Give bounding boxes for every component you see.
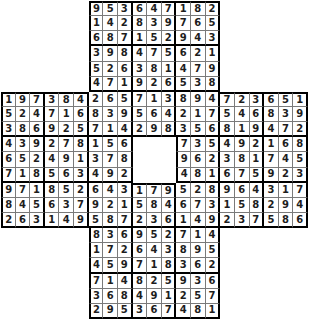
sudoku-cell[interactable]: 9 [16, 92, 31, 107]
sudoku-cell[interactable]: 1 [59, 107, 74, 122]
sudoku-cell[interactable]: 7 [279, 122, 294, 137]
sudoku-cell[interactable]: 1 [176, 213, 191, 228]
sudoku-cell[interactable]: 1 [118, 198, 133, 213]
sudoku-cell[interactable]: 3 [118, 1, 133, 16]
sudoku-cell[interactable]: 3 [147, 213, 162, 228]
sudoku-cell[interactable]: 1 [133, 183, 148, 198]
sudoku-cell[interactable]: 8 [264, 107, 279, 122]
sudoku-cell[interactable]: 9 [235, 137, 250, 152]
sudoku-cell[interactable]: 9 [89, 1, 104, 16]
sudoku-cell[interactable]: 1 [206, 46, 221, 61]
sudoku-cell[interactable]: 7 [293, 183, 308, 198]
sudoku-cell[interactable]: 8 [206, 77, 221, 92]
sudoku-cell[interactable]: 4 [264, 122, 279, 137]
sudoku-cell[interactable]: 9 [162, 183, 177, 198]
sudoku-cell[interactable]: 1 [147, 92, 162, 107]
sudoku-cell[interactable]: 1 [103, 274, 118, 289]
sudoku-cell[interactable]: 9 [147, 122, 162, 137]
sudoku-cell[interactable]: 9 [118, 107, 133, 122]
sudoku-cell[interactable]: 5 [264, 213, 279, 228]
sudoku-cell[interactable]: 1 [45, 213, 60, 228]
sudoku-cell[interactable]: 8 [89, 228, 104, 243]
sudoku-cell[interactable]: 3 [16, 137, 31, 152]
sudoku-cell[interactable]: 8 [59, 92, 74, 107]
sudoku-cell[interactable]: 5 [1, 107, 16, 122]
sudoku-cell[interactable]: 4 [133, 289, 148, 304]
sudoku-cell[interactable]: 3 [103, 107, 118, 122]
sudoku-cell[interactable]: 9 [279, 198, 294, 213]
sudoku-cell[interactable]: 3 [293, 168, 308, 183]
sudoku-cell[interactable]: 8 [118, 152, 133, 167]
sudoku-cell[interactable]: 5 [133, 198, 148, 213]
sudoku-cell[interactable]: 7 [147, 183, 162, 198]
sudoku-cell[interactable]: 4 [103, 16, 118, 31]
sudoku-cell[interactable]: 4 [220, 137, 235, 152]
sudoku-cell[interactable]: 5 [206, 137, 221, 152]
sudoku-cell[interactable]: 9 [293, 107, 308, 122]
sudoku-cell[interactable]: 1 [1, 92, 16, 107]
sudoku-cell[interactable]: 2 [103, 198, 118, 213]
sudoku-cell[interactable]: 7 [103, 152, 118, 167]
sudoku-cell[interactable]: 2 [147, 77, 162, 92]
sudoku-cell[interactable]: 8 [103, 31, 118, 46]
sudoku-cell[interactable]: 3 [89, 46, 104, 61]
sudoku-cell[interactable]: 7 [264, 152, 279, 167]
sudoku-cell[interactable]: 7 [118, 31, 133, 46]
sudoku-cell[interactable]: 5 [147, 31, 162, 46]
sudoku-cell[interactable]: 1 [191, 107, 206, 122]
sudoku-cell[interactable]: 6 [162, 213, 177, 228]
sudoku-cell[interactable]: 4 [176, 304, 191, 319]
sudoku-cell[interactable]: 4 [147, 1, 162, 16]
sudoku-cell[interactable]: 8 [162, 258, 177, 273]
sudoku-cell[interactable]: 3 [74, 168, 89, 183]
sudoku-cell[interactable]: 3 [176, 122, 191, 137]
sudoku-cell[interactable]: 4 [191, 213, 206, 228]
sudoku-cell[interactable]: 2 [206, 152, 221, 167]
sudoku-cell[interactable]: 6 [191, 258, 206, 273]
sudoku-cell[interactable]: 6 [191, 152, 206, 167]
sudoku-cell[interactable]: 5 [59, 183, 74, 198]
sudoku-cell[interactable]: 4 [30, 107, 45, 122]
sudoku-cell[interactable]: 4 [45, 152, 60, 167]
sudoku-cell[interactable]: 6 [118, 62, 133, 77]
sudoku-cell[interactable]: 6 [220, 168, 235, 183]
sudoku-cell[interactable]: 1 [74, 152, 89, 167]
sudoku-cell[interactable]: 8 [147, 198, 162, 213]
sudoku-cell[interactable]: 3 [59, 198, 74, 213]
sudoku-cell[interactable]: 5 [206, 243, 221, 258]
sudoku-cell[interactable]: 7 [45, 107, 60, 122]
sudoku-cell[interactable]: 1 [279, 183, 294, 198]
sudoku-cell[interactable]: 6 [264, 92, 279, 107]
sudoku-cell[interactable]: 6 [250, 107, 265, 122]
sudoku-cell[interactable]: 7 [235, 168, 250, 183]
sudoku-cell[interactable]: 4 [235, 107, 250, 122]
sudoku-cell[interactable]: 8 [235, 152, 250, 167]
sudoku-cell[interactable]: 5 [118, 304, 133, 319]
sudoku-cell[interactable]: 6 [235, 183, 250, 198]
sudoku-cell[interactable]: 3 [206, 198, 221, 213]
sudoku-cell[interactable]: 9 [176, 152, 191, 167]
sudoku-cell[interactable]: 3 [176, 258, 191, 273]
sudoku-cell[interactable]: 5 [74, 122, 89, 137]
sudoku-cell[interactable]: 6 [206, 122, 221, 137]
sudoku-cell[interactable]: 9 [45, 122, 60, 137]
sudoku-cell[interactable]: 8 [133, 274, 148, 289]
sudoku-cell[interactable]: 5 [118, 92, 133, 107]
sudoku-cell[interactable]: 6 [103, 92, 118, 107]
sudoku-cell[interactable]: 8 [220, 122, 235, 137]
sudoku-cell[interactable]: 6 [118, 228, 133, 243]
sudoku-cell[interactable]: 2 [16, 107, 31, 122]
sudoku-cell[interactable]: 6 [147, 304, 162, 319]
sudoku-cell[interactable]: 1 [250, 152, 265, 167]
sudoku-cell[interactable]: 7 [206, 289, 221, 304]
sudoku-cell[interactable]: 7 [162, 1, 177, 16]
sudoku-cell[interactable]: 9 [206, 62, 221, 77]
sudoku-cell[interactable]: 7 [147, 46, 162, 61]
sudoku-cell[interactable]: 6 [176, 46, 191, 61]
sudoku-cell[interactable]: 2 [206, 1, 221, 16]
sudoku-cell[interactable]: 1 [206, 168, 221, 183]
sudoku-cell[interactable]: 2 [162, 228, 177, 243]
sudoku-cell[interactable]: 1 [191, 228, 206, 243]
sudoku-cell[interactable]: 2 [133, 122, 148, 137]
sudoku-cell[interactable]: 4 [206, 228, 221, 243]
sudoku-cell[interactable]: 5 [133, 107, 148, 122]
sudoku-cell[interactable]: 8 [118, 46, 133, 61]
sudoku-cell[interactable]: 3 [89, 289, 104, 304]
sudoku-cell[interactable]: 2 [176, 289, 191, 304]
sudoku-cell[interactable]: 9 [147, 289, 162, 304]
sudoku-cell[interactable]: 1 [89, 243, 104, 258]
sudoku-cell[interactable]: 5 [279, 92, 294, 107]
sudoku-cell[interactable]: 5 [16, 152, 31, 167]
sudoku-cell[interactable]: 2 [118, 16, 133, 31]
sudoku-cell[interactable]: 8 [176, 243, 191, 258]
sudoku-cell[interactable]: 1 [147, 258, 162, 273]
sudoku-cell[interactable]: 1 [103, 122, 118, 137]
sudoku-cell[interactable]: 8 [45, 183, 60, 198]
sudoku-cell[interactable]: 6 [176, 198, 191, 213]
sudoku-cell[interactable]: 7 [74, 198, 89, 213]
sudoku-cell[interactable]: 4 [89, 77, 104, 92]
sudoku-cell[interactable]: 7 [103, 243, 118, 258]
sudoku-cell[interactable]: 6 [1, 152, 16, 167]
sudoku-cell[interactable]: 3 [191, 274, 206, 289]
sudoku-cell[interactable]: 4 [133, 46, 148, 61]
sudoku-cell[interactable]: 2 [103, 62, 118, 77]
sudoku-cell[interactable]: 3 [30, 213, 45, 228]
sudoku-cell[interactable]: 2 [206, 258, 221, 273]
sudoku-cell[interactable]: 4 [103, 183, 118, 198]
sudoku-cell[interactable]: 2 [30, 152, 45, 167]
sudoku-cell[interactable]: 7 [250, 213, 265, 228]
sudoku-cell[interactable]: 8 [133, 16, 148, 31]
sudoku-cell[interactable]: 6 [191, 16, 206, 31]
sudoku-cell[interactable]: 7 [176, 137, 191, 152]
sudoku-cell[interactable]: 3 [279, 107, 294, 122]
sudoku-cell[interactable]: 1 [235, 122, 250, 137]
sudoku-cell[interactable]: 3 [1, 122, 16, 137]
sudoku-cell[interactable]: 6 [89, 31, 104, 46]
sudoku-cell[interactable]: 2 [45, 137, 60, 152]
sudoku-cell[interactable]: 4 [293, 198, 308, 213]
sudoku-cell[interactable]: 2 [89, 92, 104, 107]
sudoku-cell[interactable]: 9 [118, 258, 133, 273]
sudoku-cell[interactable]: 8 [147, 62, 162, 77]
sudoku-cell[interactable]: 4 [89, 168, 104, 183]
sudoku-cell[interactable]: 3 [220, 152, 235, 167]
sudoku-cell[interactable]: 5 [191, 122, 206, 137]
sudoku-cell[interactable]: 5 [250, 168, 265, 183]
sudoku-cell[interactable]: 8 [1, 198, 16, 213]
sudoku-cell[interactable]: 9 [176, 31, 191, 46]
sudoku-cell[interactable]: 9 [133, 228, 148, 243]
sudoku-cell[interactable]: 1 [162, 62, 177, 77]
sudoku-cell[interactable]: 1 [293, 92, 308, 107]
sudoku-cell[interactable]: 1 [133, 31, 148, 46]
sudoku-cell[interactable]: 5 [220, 107, 235, 122]
sudoku-cell[interactable]: 6 [118, 137, 133, 152]
sudoku-cell[interactable]: 6 [133, 243, 148, 258]
sudoku-cell[interactable]: 8 [250, 198, 265, 213]
sudoku-cell[interactable]: 3 [191, 77, 206, 92]
sudoku-cell[interactable]: 4 [89, 258, 104, 273]
sudoku-cell[interactable]: 8 [279, 213, 294, 228]
sudoku-cell[interactable]: 9 [191, 92, 206, 107]
sudoku-cell[interactable]: 4 [59, 213, 74, 228]
sudoku-cell[interactable]: 2 [191, 183, 206, 198]
sudoku-cell[interactable]: 1 [206, 304, 221, 319]
sudoku-cell[interactable]: 7 [220, 92, 235, 107]
sudoku-cell[interactable]: 8 [16, 122, 31, 137]
sudoku-cell[interactable]: 7 [30, 92, 45, 107]
sudoku-cell[interactable]: 5 [162, 46, 177, 61]
sudoku-cell[interactable]: 4 [191, 31, 206, 46]
sudoku-cell[interactable]: 7 [89, 274, 104, 289]
sudoku-cell[interactable]: 4 [176, 62, 191, 77]
sudoku-cell[interactable]: 5 [162, 274, 177, 289]
sudoku-cell[interactable]: 9 [103, 46, 118, 61]
sudoku-cell[interactable]: 7 [16, 183, 31, 198]
sudoku-cell[interactable]: 8 [176, 92, 191, 107]
sudoku-cell[interactable]: 7 [133, 92, 148, 107]
sudoku-cell[interactable]: 1 [118, 77, 133, 92]
sudoku-cell[interactable]: 1 [162, 289, 177, 304]
sudoku-cell[interactable]: 2 [176, 107, 191, 122]
sudoku-cell[interactable]: 6 [103, 289, 118, 304]
sudoku-cell[interactable]: 2 [74, 183, 89, 198]
sudoku-cell[interactable]: 6 [293, 213, 308, 228]
sudoku-cell[interactable]: 7 [59, 137, 74, 152]
sudoku-cell[interactable]: 5 [89, 213, 104, 228]
sudoku-cell[interactable]: 6 [162, 77, 177, 92]
sudoku-cell[interactable]: 5 [206, 16, 221, 31]
sudoku-cell[interactable]: 9 [74, 213, 89, 228]
sudoku-cell[interactable]: 3 [133, 304, 148, 319]
sudoku-cell[interactable]: 9 [1, 183, 16, 198]
sudoku-cell[interactable]: 6 [279, 137, 294, 152]
sudoku-cell[interactable]: 4 [206, 92, 221, 107]
sudoku-cell[interactable]: 2 [89, 304, 104, 319]
sudoku-cell[interactable]: 4 [250, 183, 265, 198]
sudoku-cell[interactable]: 5 [103, 1, 118, 16]
sudoku-cell[interactable]: 9 [191, 243, 206, 258]
sudoku-cell[interactable]: 4 [176, 168, 191, 183]
sudoku-cell[interactable]: 4 [16, 198, 31, 213]
sudoku-cell[interactable]: 8 [293, 137, 308, 152]
sudoku-board: 9536471821428397656871529433984756215263… [1, 1, 308, 319]
sudoku-cell[interactable]: 9 [30, 137, 45, 152]
sudoku-cell[interactable]: 3 [147, 16, 162, 31]
sudoku-cell[interactable]: 3 [191, 137, 206, 152]
sudoku-cell[interactable]: 6 [206, 274, 221, 289]
sudoku-cell[interactable]: 8 [191, 1, 206, 16]
sudoku-cell[interactable]: 9 [133, 77, 148, 92]
sudoku-cell[interactable]: 5 [103, 137, 118, 152]
sudoku-cell[interactable]: 6 [133, 1, 148, 16]
sudoku-cell[interactable]: 4 [162, 198, 177, 213]
sudoku-cell[interactable]: 4 [118, 274, 133, 289]
sudoku-cell[interactable]: 8 [103, 213, 118, 228]
sudoku-cell[interactable]: 2 [147, 274, 162, 289]
sudoku-cell[interactable]: 7 [162, 304, 177, 319]
sudoku-cell[interactable]: 2 [162, 31, 177, 46]
sudoku-cell[interactable]: 1 [89, 16, 104, 31]
sudoku-cell[interactable]: 4 [147, 243, 162, 258]
sudoku-cell[interactable]: 3 [235, 213, 250, 228]
sudoku-cell[interactable]: 3 [103, 228, 118, 243]
sudoku-cell[interactable]: 8 [30, 168, 45, 183]
sudoku-cell[interactable]: 2 [250, 137, 265, 152]
sudoku-cell[interactable]: 2 [1, 213, 16, 228]
sudoku-cell[interactable]: 1 [16, 168, 31, 183]
sudoku-cell[interactable]: 2 [59, 122, 74, 137]
sudoku-cell[interactable]: 3 [206, 31, 221, 46]
sudoku-cell[interactable]: 8 [206, 183, 221, 198]
sudoku-cell[interactable]: 5 [235, 198, 250, 213]
sudoku-cell[interactable]: 2 [191, 46, 206, 61]
sudoku-cell[interactable]: 9 [89, 198, 104, 213]
sudoku-cell[interactable]: 6 [16, 213, 31, 228]
sudoku-cell[interactable]: 3 [89, 152, 104, 167]
sudoku-cell[interactable]: 7 [89, 122, 104, 137]
sudoku-cell[interactable]: 1 [220, 198, 235, 213]
sudoku-cell[interactable]: 7 [133, 258, 148, 273]
sudoku-cell[interactable]: 9 [103, 304, 118, 319]
sudoku-cell[interactable]: 1 [30, 183, 45, 198]
sudoku-cell[interactable]: 7 [191, 198, 206, 213]
sudoku-cell[interactable]: 5 [176, 183, 191, 198]
sudoku-cell[interactable]: 7 [176, 228, 191, 243]
sudoku-cell[interactable]: 8 [191, 168, 206, 183]
sudoku-cell[interactable]: 2 [133, 213, 148, 228]
sudoku-cell[interactable]: 2 [235, 92, 250, 107]
sudoku-page: 9536471821428397656871529433984756215263… [0, 0, 309, 320]
sudoku-cell[interactable]: 9 [59, 152, 74, 167]
sudoku-cell[interactable]: 5 [191, 289, 206, 304]
sudoku-cell[interactable]: 6 [89, 183, 104, 198]
sudoku-cell[interactable]: 4 [118, 122, 133, 137]
sudoku-cell[interactable]: 3 [162, 243, 177, 258]
sudoku-cell[interactable]: 9 [264, 168, 279, 183]
sudoku-cell[interactable]: 6 [147, 107, 162, 122]
sudoku-cell[interactable]: 8 [118, 289, 133, 304]
sudoku-cell[interactable]: 6 [30, 122, 45, 137]
sudoku-cell[interactable]: 5 [45, 168, 60, 183]
sudoku-cell[interactable]: 7 [176, 16, 191, 31]
sudoku-cell[interactable]: 5 [103, 258, 118, 273]
sudoku-cell[interactable]: 4 [74, 92, 89, 107]
sudoku-cell[interactable]: 3 [250, 92, 265, 107]
sudoku-cell[interactable]: 2 [279, 168, 294, 183]
sudoku-cell[interactable]: 2 [118, 168, 133, 183]
sudoku-cell[interactable]: 8 [162, 122, 177, 137]
sudoku-cell[interactable]: 7 [191, 62, 206, 77]
sudoku-cell[interactable]: 7 [103, 77, 118, 92]
sudoku-cell[interactable]: 9 [176, 274, 191, 289]
sudoku-cell[interactable]: 9 [206, 213, 221, 228]
sudoku-cell[interactable]: 6 [74, 107, 89, 122]
sudoku-cell[interactable]: 5 [89, 62, 104, 77]
sudoku-cell[interactable]: 4 [1, 137, 16, 152]
sudoku-cell[interactable]: 3 [162, 92, 177, 107]
sudoku-cell[interactable]: 5 [293, 152, 308, 167]
sudoku-cell[interactable]: 3 [264, 183, 279, 198]
sudoku-cell[interactable]: 3 [133, 62, 148, 77]
sudoku-cell[interactable]: 5 [30, 198, 45, 213]
sudoku-cell[interactable]: 6 [59, 168, 74, 183]
sudoku-cell[interactable]: 7 [1, 168, 16, 183]
sudoku-cell[interactable]: 3 [118, 183, 133, 198]
sudoku-cell[interactable]: 7 [206, 107, 221, 122]
sudoku-cell[interactable]: 2 [264, 198, 279, 213]
sudoku-cell[interactable]: 1 [176, 1, 191, 16]
sudoku-cell[interactable]: 5 [147, 228, 162, 243]
sudoku-cell[interactable]: 4 [279, 152, 294, 167]
sudoku-cell[interactable]: 9 [162, 16, 177, 31]
sudoku-cell[interactable]: 5 [176, 77, 191, 92]
sudoku-cell[interactable]: 9 [250, 122, 265, 137]
sudoku-cell[interactable]: 8 [74, 137, 89, 152]
sudoku-cell[interactable]: 4 [162, 107, 177, 122]
sudoku-cell[interactable]: 8 [191, 304, 206, 319]
sudoku-cell[interactable]: 2 [293, 122, 308, 137]
sudoku-cell[interactable]: 3 [45, 92, 60, 107]
sudoku-cell[interactable]: 1 [264, 137, 279, 152]
sudoku-cell[interactable]: 7 [118, 213, 133, 228]
sudoku-cell[interactable]: 2 [220, 213, 235, 228]
sudoku-cell[interactable]: 6 [45, 198, 60, 213]
sudoku-cell[interactable]: 8 [89, 107, 104, 122]
sudoku-cell[interactable]: 9 [103, 168, 118, 183]
sudoku-cell[interactable]: 9 [220, 183, 235, 198]
sudoku-cell[interactable]: 2 [118, 243, 133, 258]
sudoku-cell[interactable]: 1 [89, 137, 104, 152]
